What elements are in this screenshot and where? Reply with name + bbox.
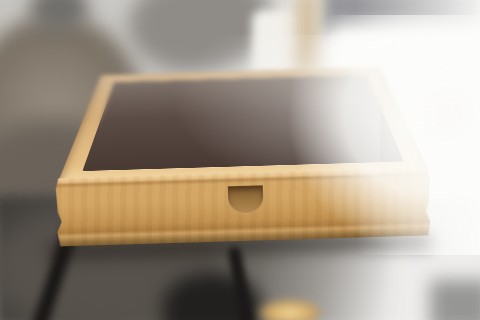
photo-canvas xyxy=(0,0,480,320)
gray-reflection-patch xyxy=(430,280,480,320)
warm-lamp-glow xyxy=(256,299,324,320)
depth-of-field-blur xyxy=(45,50,435,130)
